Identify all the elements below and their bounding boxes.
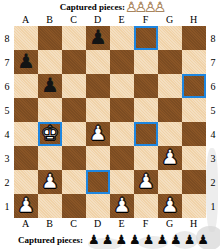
square-f5[interactable] bbox=[134, 98, 158, 122]
square-c1[interactable] bbox=[62, 194, 86, 218]
file-label-h: H bbox=[182, 218, 206, 230]
square-d1[interactable] bbox=[86, 194, 110, 218]
square-g2[interactable] bbox=[158, 170, 182, 194]
square-h5[interactable] bbox=[182, 98, 206, 122]
square-f6[interactable] bbox=[134, 74, 158, 98]
chess-app: Captured pieces: ♙♙♙♙ ABCDEFGH 8♟87♟76♟6… bbox=[0, 0, 220, 249]
rank-label-left-4: 4 bbox=[0, 122, 14, 146]
captured-black-label: Captured pieces: bbox=[18, 235, 83, 245]
square-c7[interactable] bbox=[62, 50, 86, 74]
rank-label-right-7: 7 bbox=[206, 50, 220, 74]
square-e6[interactable] bbox=[110, 74, 134, 98]
square-d5[interactable] bbox=[86, 98, 110, 122]
square-c3[interactable] bbox=[62, 146, 86, 170]
black-pawn-icon: ♟ bbox=[156, 233, 168, 246]
square-e8[interactable] bbox=[110, 26, 134, 50]
chess-board: 8♟87♟76♟6554♚♟43♟32♟♟21♟♟♟1 bbox=[0, 26, 220, 218]
square-b2[interactable]: ♟ bbox=[38, 170, 62, 194]
square-d6[interactable] bbox=[86, 74, 110, 98]
square-e2[interactable] bbox=[110, 170, 134, 194]
square-h2[interactable] bbox=[182, 170, 206, 194]
square-h3[interactable] bbox=[182, 146, 206, 170]
square-b6[interactable]: ♟ bbox=[38, 74, 62, 98]
square-a6[interactable] bbox=[14, 74, 38, 98]
piece-white-pawn[interactable]: ♟ bbox=[89, 123, 107, 143]
rank-label-left-7: 7 bbox=[0, 50, 14, 74]
square-d2[interactable] bbox=[86, 170, 110, 194]
square-h8[interactable] bbox=[182, 26, 206, 50]
file-label-a: A bbox=[14, 14, 38, 26]
square-g6[interactable] bbox=[158, 74, 182, 98]
file-label-b: B bbox=[38, 218, 62, 230]
file-label-e: E bbox=[110, 218, 134, 230]
captured-white-label: Captured pieces: bbox=[60, 2, 125, 12]
black-pawn-icon: ♟ bbox=[170, 233, 182, 246]
file-label-g: G bbox=[158, 14, 182, 26]
square-a8[interactable] bbox=[14, 26, 38, 50]
square-f1[interactable] bbox=[134, 194, 158, 218]
square-h1[interactable] bbox=[182, 194, 206, 218]
rank-label-left-5: 5 bbox=[0, 98, 14, 122]
file-label-c: C bbox=[62, 218, 86, 230]
file-label-d: D bbox=[86, 218, 110, 230]
rank-label-right-3: 3 bbox=[206, 146, 220, 170]
square-d4[interactable]: ♟ bbox=[86, 122, 110, 146]
square-b3[interactable] bbox=[38, 146, 62, 170]
rank-label-left-2: 2 bbox=[0, 170, 14, 194]
square-a2[interactable] bbox=[14, 170, 38, 194]
square-f7[interactable] bbox=[134, 50, 158, 74]
square-f8[interactable] bbox=[134, 26, 158, 50]
piece-white-king[interactable]: ♚ bbox=[41, 123, 59, 143]
captured-white-section: Captured pieces: ♙♙♙♙ bbox=[0, 0, 220, 14]
square-c6[interactable] bbox=[62, 74, 86, 98]
square-b8[interactable] bbox=[38, 26, 62, 50]
square-d3[interactable] bbox=[86, 146, 110, 170]
piece-black-pawn[interactable]: ♟ bbox=[17, 51, 35, 71]
square-a7[interactable]: ♟ bbox=[14, 50, 38, 74]
square-c4[interactable] bbox=[62, 122, 86, 146]
square-g3[interactable]: ♟ bbox=[158, 146, 182, 170]
square-a3[interactable] bbox=[14, 146, 38, 170]
file-label-f: F bbox=[134, 218, 158, 230]
black-pawn-icon: ♟ bbox=[184, 233, 196, 246]
square-e5[interactable] bbox=[110, 98, 134, 122]
square-g8[interactable] bbox=[158, 26, 182, 50]
rank-label-left-6: 6 bbox=[0, 74, 14, 98]
captured-black-section: Captured pieces: ♟♟♟♟♟♟♟♟♟ bbox=[0, 230, 220, 249]
piece-white-pawn[interactable]: ♟ bbox=[161, 147, 179, 167]
square-f4[interactable] bbox=[134, 122, 158, 146]
square-d8[interactable]: ♟ bbox=[86, 26, 110, 50]
square-h4[interactable] bbox=[182, 122, 206, 146]
piece-black-pawn[interactable]: ♟ bbox=[41, 75, 59, 95]
black-pawn-icon: ♟ bbox=[102, 233, 114, 246]
square-c5[interactable] bbox=[62, 98, 86, 122]
square-g5[interactable] bbox=[158, 98, 182, 122]
square-b4[interactable]: ♚ bbox=[38, 122, 62, 146]
piece-black-pawn[interactable]: ♟ bbox=[89, 27, 107, 47]
piece-white-pawn[interactable]: ♟ bbox=[137, 171, 155, 191]
black-pawn-icon: ♟ bbox=[129, 233, 141, 246]
piece-white-pawn[interactable]: ♟ bbox=[41, 171, 59, 191]
square-h7[interactable] bbox=[182, 50, 206, 74]
file-labels-bottom: ABCDEFGH bbox=[0, 218, 220, 230]
square-h6[interactable] bbox=[182, 74, 206, 98]
file-label-a: A bbox=[14, 218, 38, 230]
black-pawn-icon: ♟ bbox=[88, 233, 100, 246]
file-labels-top: ABCDEFGH bbox=[0, 14, 220, 26]
square-f2[interactable]: ♟ bbox=[134, 170, 158, 194]
captured-white-pieces: ♙♙♙♙ bbox=[128, 0, 166, 14]
rank-label-right-2: 2 bbox=[206, 170, 220, 194]
square-a1[interactable]: ♟ bbox=[14, 194, 38, 218]
black-pawn-icon: ♟ bbox=[197, 233, 209, 246]
rank-label-right-1: 1 bbox=[206, 194, 220, 218]
square-e3[interactable] bbox=[110, 146, 134, 170]
square-e4[interactable] bbox=[110, 122, 134, 146]
square-e7[interactable] bbox=[110, 50, 134, 74]
file-label-g: G bbox=[158, 218, 182, 230]
square-e1[interactable]: ♟ bbox=[110, 194, 134, 218]
square-c2[interactable] bbox=[62, 170, 86, 194]
square-b7[interactable] bbox=[38, 50, 62, 74]
square-b1[interactable] bbox=[38, 194, 62, 218]
white-pawn-icon: ♙ bbox=[154, 0, 167, 14]
captured-black-pieces: ♟♟♟♟♟♟♟♟♟ bbox=[86, 233, 209, 246]
rank-label-left-8: 8 bbox=[0, 26, 14, 50]
square-b5[interactable] bbox=[38, 98, 62, 122]
square-a4[interactable] bbox=[14, 122, 38, 146]
square-g1[interactable]: ♟ bbox=[158, 194, 182, 218]
rank-label-right-8: 8 bbox=[206, 26, 220, 50]
rank-label-right-4: 4 bbox=[206, 122, 220, 146]
square-d7[interactable] bbox=[86, 50, 110, 74]
rank-label-left-3: 3 bbox=[0, 146, 14, 170]
square-a5[interactable] bbox=[14, 98, 38, 122]
piece-white-pawn[interactable]: ♟ bbox=[17, 195, 35, 215]
square-g4[interactable] bbox=[158, 122, 182, 146]
rank-label-left-1: 1 bbox=[0, 194, 14, 218]
file-label-e: E bbox=[110, 14, 134, 26]
square-f3[interactable] bbox=[134, 146, 158, 170]
square-g7[interactable] bbox=[158, 50, 182, 74]
file-label-c: C bbox=[62, 14, 86, 26]
rank-label-right-6: 6 bbox=[206, 74, 220, 98]
piece-white-pawn[interactable]: ♟ bbox=[161, 195, 179, 215]
file-label-h: H bbox=[182, 14, 206, 26]
square-c8[interactable] bbox=[62, 26, 86, 50]
black-pawn-icon: ♟ bbox=[115, 233, 127, 246]
black-pawn-icon: ♟ bbox=[143, 233, 155, 246]
file-label-f: F bbox=[134, 14, 158, 26]
rank-label-right-5: 5 bbox=[206, 98, 220, 122]
file-label-b: B bbox=[38, 14, 62, 26]
piece-white-pawn[interactable]: ♟ bbox=[113, 195, 131, 215]
